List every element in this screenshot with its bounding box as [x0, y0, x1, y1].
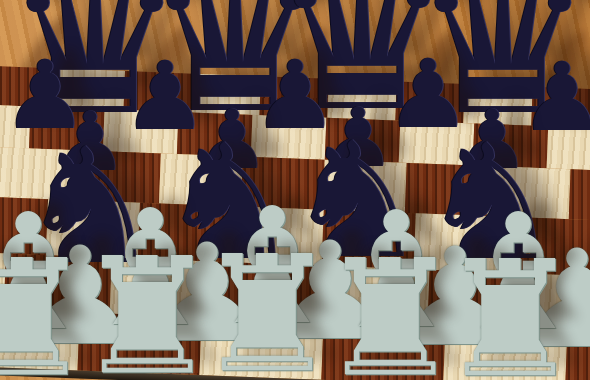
white-rook[interactable]: ♜ [195, 235, 338, 380]
white-rook[interactable]: ♜ [438, 240, 581, 380]
chess-3d-scene: ♛♛♛♛♟♟♟♟♟♟♟♟♟♞♞♞♞♟♟♟♟♟♝♝♝♝♝♜♜♜♜♜ [0, 0, 590, 380]
